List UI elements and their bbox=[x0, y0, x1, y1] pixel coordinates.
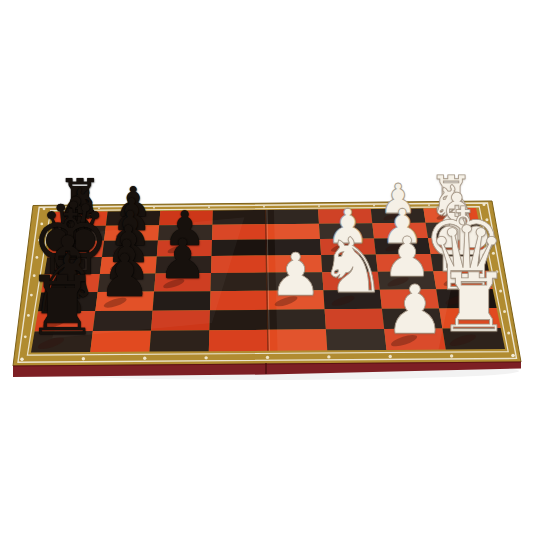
piece-white-rook-h1: ♜ bbox=[437, 262, 510, 343]
pieces-layer: ♜♟♟♜♞♟♞♝♟♟♟♟♝♛♟♚♟♟♟♚♝♟♟♞♛♞♜♟♜ bbox=[0, 0, 533, 533]
piece-white-knight-f3: ♞ bbox=[319, 228, 387, 304]
piece-white-pawn-h2: ♟ bbox=[385, 277, 445, 344]
piece-black-rook-h8: ♜ bbox=[25, 266, 98, 347]
piece-black-pawn-e6: ♟ bbox=[158, 232, 207, 287]
piece-white-pawn-f4: ♟ bbox=[269, 246, 322, 305]
piece-black-pawn-f7: ♟ bbox=[98, 247, 151, 306]
product-photo-chess-set: ♜♟♟♜♞♟♞♝♟♟♟♟♝♛♟♚♟♟♟♚♝♟♟♞♛♞♜♟♜ bbox=[0, 0, 533, 533]
